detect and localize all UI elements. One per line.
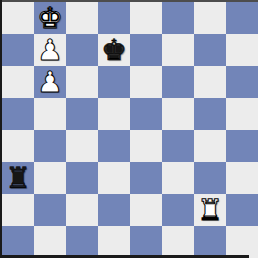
- square-d3[interactable]: [98, 162, 130, 194]
- square-d1[interactable]: [98, 226, 130, 258]
- piece-white-king-b8[interactable]: ♚: [34, 2, 66, 34]
- square-a3[interactable]: ♜: [2, 162, 34, 194]
- square-f1[interactable]: [162, 226, 194, 258]
- square-b6[interactable]: ♟: [34, 66, 66, 98]
- square-a7[interactable]: [2, 34, 34, 66]
- chess-diagram: ♚♟♚♟♜♜: [0, 0, 258, 258]
- board-frame-top: [0, 0, 258, 2]
- square-g1[interactable]: [194, 226, 226, 258]
- square-a4[interactable]: [2, 130, 34, 162]
- square-d4[interactable]: [98, 130, 130, 162]
- square-h5[interactable]: [226, 98, 258, 130]
- square-e6[interactable]: [130, 66, 162, 98]
- square-e5[interactable]: [130, 98, 162, 130]
- square-e1[interactable]: [130, 226, 162, 258]
- piece-white-pawn-b7[interactable]: ♟: [34, 34, 66, 66]
- square-c8[interactable]: [66, 2, 98, 34]
- square-b4[interactable]: [34, 130, 66, 162]
- square-d7[interactable]: ♚: [98, 34, 130, 66]
- square-h1[interactable]: [226, 226, 258, 258]
- square-f3[interactable]: [162, 162, 194, 194]
- square-d6[interactable]: [98, 66, 130, 98]
- square-f5[interactable]: [162, 98, 194, 130]
- square-h7[interactable]: [226, 34, 258, 66]
- square-c3[interactable]: [66, 162, 98, 194]
- piece-white-rook-g2[interactable]: ♜: [194, 194, 226, 226]
- square-a1[interactable]: [2, 226, 34, 258]
- square-d8[interactable]: [98, 2, 130, 34]
- chessboard[interactable]: ♚♟♚♟♜♜: [2, 2, 258, 258]
- square-b7[interactable]: ♟: [34, 34, 66, 66]
- square-c6[interactable]: [66, 66, 98, 98]
- square-d2[interactable]: [98, 194, 130, 226]
- square-g4[interactable]: [194, 130, 226, 162]
- square-d5[interactable]: [98, 98, 130, 130]
- square-h6[interactable]: [226, 66, 258, 98]
- square-f7[interactable]: [162, 34, 194, 66]
- square-g5[interactable]: [194, 98, 226, 130]
- board-frame-left: [0, 0, 2, 258]
- square-b3[interactable]: [34, 162, 66, 194]
- square-h8[interactable]: [226, 2, 258, 34]
- square-h3[interactable]: [226, 162, 258, 194]
- square-c1[interactable]: [66, 226, 98, 258]
- square-c2[interactable]: [66, 194, 98, 226]
- square-a6[interactable]: [2, 66, 34, 98]
- square-a2[interactable]: [2, 194, 34, 226]
- square-f8[interactable]: [162, 2, 194, 34]
- piece-black-king-d7[interactable]: ♚: [98, 34, 130, 66]
- square-g2[interactable]: ♜: [194, 194, 226, 226]
- square-f2[interactable]: [162, 194, 194, 226]
- square-e8[interactable]: [130, 2, 162, 34]
- square-g3[interactable]: [194, 162, 226, 194]
- piece-black-rook-a3[interactable]: ♜: [2, 162, 34, 194]
- square-a8[interactable]: [2, 2, 34, 34]
- square-h4[interactable]: [226, 130, 258, 162]
- square-c7[interactable]: [66, 34, 98, 66]
- square-f4[interactable]: [162, 130, 194, 162]
- square-e3[interactable]: [130, 162, 162, 194]
- square-g6[interactable]: [194, 66, 226, 98]
- square-b5[interactable]: [34, 98, 66, 130]
- square-c4[interactable]: [66, 130, 98, 162]
- square-a5[interactable]: [2, 98, 34, 130]
- square-e7[interactable]: [130, 34, 162, 66]
- square-b8[interactable]: ♚: [34, 2, 66, 34]
- square-h2[interactable]: [226, 194, 258, 226]
- piece-white-pawn-b6[interactable]: ♟: [34, 66, 66, 98]
- square-c5[interactable]: [66, 98, 98, 130]
- square-b2[interactable]: [34, 194, 66, 226]
- square-g7[interactable]: [194, 34, 226, 66]
- square-g8[interactable]: [194, 2, 226, 34]
- square-e2[interactable]: [130, 194, 162, 226]
- square-f6[interactable]: [162, 66, 194, 98]
- square-e4[interactable]: [130, 130, 162, 162]
- square-b1[interactable]: [34, 226, 66, 258]
